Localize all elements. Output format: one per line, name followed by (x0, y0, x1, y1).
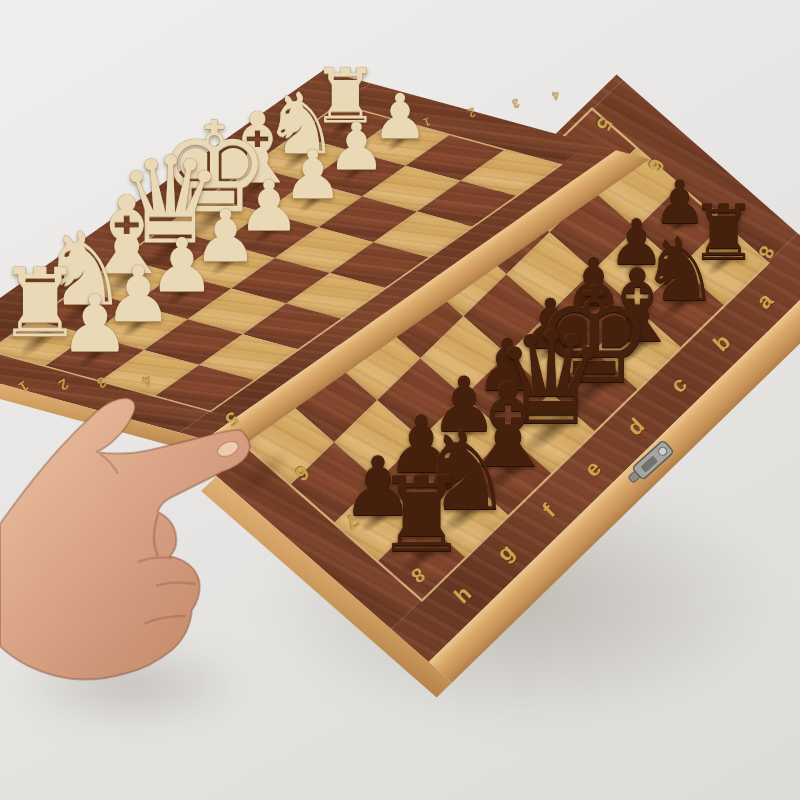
piece-white-pawn-h2[interactable]: ♟ (59, 285, 130, 364)
piece-black-rook-h8[interactable]: ♜ (375, 463, 468, 567)
product-photo-scene: abcdefgh5566778811223344abcdefg ♜♟♞♟♝♟♚♟… (0, 0, 800, 800)
table-shadow-hand (10, 640, 250, 730)
rank-label-3-far: 3 (510, 96, 521, 111)
rank-label-4-far: 4 (550, 88, 561, 103)
